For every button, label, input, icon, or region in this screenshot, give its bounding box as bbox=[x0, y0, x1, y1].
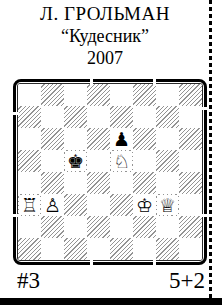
border-seam-tick bbox=[11, 214, 19, 217]
square-c5: ♚ bbox=[64, 150, 87, 172]
square-c2 bbox=[64, 216, 87, 238]
square-h4 bbox=[179, 172, 202, 194]
square-d2 bbox=[87, 216, 110, 238]
square-c4 bbox=[64, 172, 87, 194]
square-g1 bbox=[156, 238, 179, 260]
square-b5 bbox=[41, 150, 64, 172]
square-e4 bbox=[110, 172, 133, 194]
black-pawn: ♟ bbox=[111, 129, 132, 149]
square-f6 bbox=[133, 128, 156, 150]
square-g8 bbox=[156, 84, 179, 106]
square-c8 bbox=[64, 84, 87, 106]
author-name: Л. ГРОЛЬМАН bbox=[0, 3, 210, 25]
square-g5 bbox=[156, 150, 179, 172]
square-h6 bbox=[179, 128, 202, 150]
square-g6 bbox=[156, 128, 179, 150]
board-grid: ♟♚♘♖♙♔♕ bbox=[17, 83, 203, 261]
black-king: ♚ bbox=[65, 151, 86, 171]
white-knight: ♘ bbox=[111, 151, 132, 171]
bottom-rule bbox=[0, 298, 222, 305]
square-d8 bbox=[87, 84, 110, 106]
square-b2 bbox=[41, 216, 64, 238]
square-e7 bbox=[110, 106, 133, 128]
caption-row: #3 5+2 bbox=[0, 268, 209, 294]
square-d6 bbox=[87, 128, 110, 150]
square-g4 bbox=[156, 172, 179, 194]
border-seam-tick bbox=[153, 259, 156, 267]
square-d5 bbox=[87, 150, 110, 172]
square-b4 bbox=[41, 172, 64, 194]
square-e5: ♘ bbox=[110, 150, 133, 172]
square-b6 bbox=[41, 128, 64, 150]
square-f7 bbox=[133, 106, 156, 128]
square-f2 bbox=[133, 216, 156, 238]
border-seam-tick bbox=[201, 107, 209, 110]
square-h1 bbox=[179, 238, 202, 260]
square-h3 bbox=[179, 194, 202, 216]
square-b1 bbox=[41, 238, 64, 260]
square-d1 bbox=[87, 238, 110, 260]
square-e1 bbox=[110, 238, 133, 260]
square-g2 bbox=[156, 216, 179, 238]
square-h2 bbox=[179, 216, 202, 238]
source-title: “Кудесник” bbox=[0, 25, 210, 47]
stipulation-label: #3 bbox=[17, 268, 40, 294]
square-a7 bbox=[18, 106, 41, 128]
square-a6 bbox=[18, 128, 41, 150]
square-e8 bbox=[110, 84, 133, 106]
square-h5 bbox=[179, 150, 202, 172]
square-b8 bbox=[41, 84, 64, 106]
chess-board: ♟♚♘♖♙♔♕ bbox=[13, 79, 207, 265]
square-f8 bbox=[133, 84, 156, 106]
white-pawn: ♙ bbox=[42, 195, 63, 215]
square-a4 bbox=[18, 172, 41, 194]
square-g3: ♕ bbox=[156, 194, 179, 216]
square-e6: ♟ bbox=[110, 128, 133, 150]
square-e2 bbox=[110, 216, 133, 238]
square-a3: ♖ bbox=[18, 194, 41, 216]
problem-header: Л. ГРОЛЬМАН “Кудесник” 2007 bbox=[0, 3, 210, 69]
square-c1 bbox=[64, 238, 87, 260]
square-f1 bbox=[133, 238, 156, 260]
square-d3 bbox=[87, 194, 110, 216]
white-king: ♔ bbox=[134, 195, 155, 215]
square-b3: ♙ bbox=[41, 194, 64, 216]
square-a8 bbox=[18, 84, 41, 106]
square-b7 bbox=[41, 106, 64, 128]
square-c7 bbox=[64, 106, 87, 128]
square-a2 bbox=[18, 216, 41, 238]
white-rook: ♖ bbox=[19, 195, 40, 215]
square-h7 bbox=[179, 106, 202, 128]
border-seam-tick bbox=[201, 214, 209, 217]
square-f5 bbox=[133, 150, 156, 172]
square-c6 bbox=[64, 128, 87, 150]
white-queen: ♕ bbox=[157, 195, 178, 215]
dashed-column-separator bbox=[209, 0, 212, 298]
border-seam-tick bbox=[90, 77, 93, 85]
square-a1 bbox=[18, 238, 41, 260]
material-count-label: 5+2 bbox=[169, 268, 205, 294]
square-d4 bbox=[87, 172, 110, 194]
publication-year: 2007 bbox=[0, 47, 210, 69]
border-seam-tick bbox=[90, 259, 93, 267]
diagram-sheet: Л. ГРОЛЬМАН “Кудесник” 2007 ♟♚♘♖♙♔♕ #3 5… bbox=[0, 0, 222, 305]
square-e3 bbox=[110, 194, 133, 216]
square-d7 bbox=[87, 106, 110, 128]
square-c3 bbox=[64, 194, 87, 216]
square-g7 bbox=[156, 106, 179, 128]
square-f3: ♔ bbox=[133, 194, 156, 216]
border-seam-tick bbox=[11, 112, 19, 115]
square-f4 bbox=[133, 172, 156, 194]
border-seam-tick bbox=[153, 77, 156, 85]
square-a5 bbox=[18, 150, 41, 172]
square-h8 bbox=[179, 84, 202, 106]
